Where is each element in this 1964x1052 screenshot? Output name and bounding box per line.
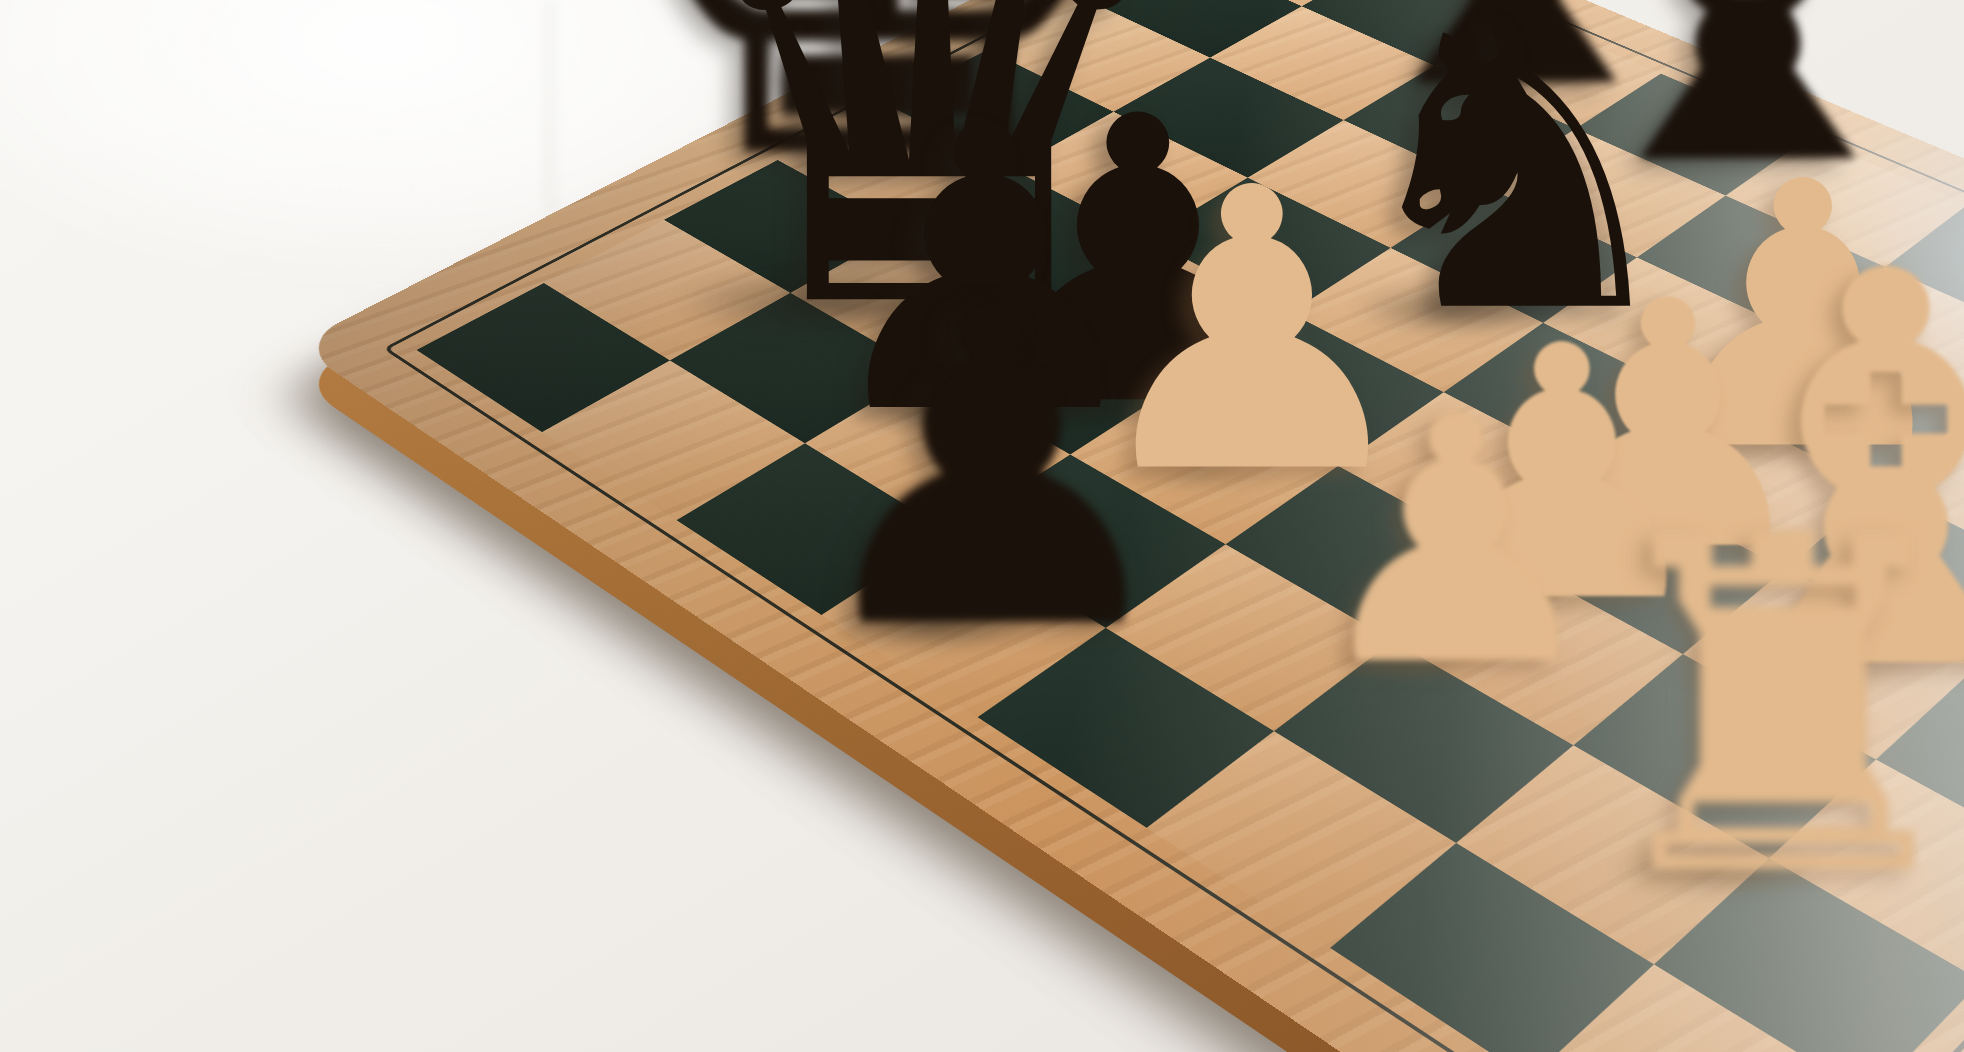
piece-layer: ♝♚♝♛♞♟♟♟♟♟♟♟♟♝♜ <box>0 0 1964 1052</box>
piece-white-pawn-g3[interactable]: ♟ <box>1304 372 1609 712</box>
piece-black-pawn-e2[interactable]: ♟ <box>793 245 1192 690</box>
piece-white-rook-h3[interactable]: ♜ <box>1576 477 1964 939</box>
photo-stage: ♝♚♝♛♞♟♟♟♟♟♟♟♟♝♜ <box>0 0 1964 1052</box>
